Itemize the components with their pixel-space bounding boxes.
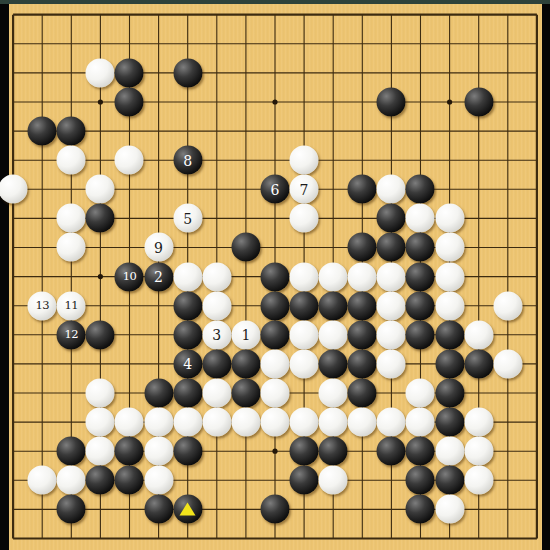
intersection-c17-r7[interactable] [464,175,493,204]
intersection-c10-r11[interactable] [260,291,289,320]
intersection-c17-r5[interactable] [464,117,493,146]
intersection-c6-r11[interactable] [144,291,173,320]
intersection-c15-r9[interactable] [406,233,435,262]
intersection-c12-r4[interactable] [319,87,348,116]
intersection-c1-r3[interactable] [0,58,28,87]
intersection-c6-r3[interactable] [144,58,173,87]
intersection-c2-r19[interactable] [28,524,57,550]
intersection-c9-r8[interactable] [231,204,260,233]
intersection-c17-r18[interactable] [464,495,493,524]
intersection-c12-r5[interactable] [319,117,348,146]
intersection-c10-r14[interactable] [260,378,289,407]
intersection-c12-r3[interactable] [319,58,348,87]
intersection-c19-r18[interactable] [522,495,550,524]
intersection-c15-r10[interactable] [406,262,435,291]
intersection-c7-r8[interactable]: 5 [173,204,202,233]
intersection-c15-r5[interactable] [406,117,435,146]
intersection-c14-r16[interactable] [377,437,406,466]
intersection-c17-r8[interactable] [464,204,493,233]
intersection-c3-r16[interactable] [57,437,86,466]
intersection-c17-r13[interactable] [464,349,493,378]
intersection-c17-r2[interactable] [464,29,493,58]
intersection-c11-r17[interactable] [290,466,319,495]
intersection-c6-r16[interactable] [144,437,173,466]
intersection-c17-r14[interactable] [464,378,493,407]
intersection-c15-r18[interactable] [406,495,435,524]
intersection-c4-r13[interactable] [86,349,115,378]
intersection-c18-r14[interactable] [493,378,522,407]
intersection-c16-r3[interactable] [435,58,464,87]
intersection-c5-r8[interactable] [115,204,144,233]
intersection-c9-r5[interactable] [231,117,260,146]
intersection-c14-r5[interactable] [377,117,406,146]
intersection-c13-r2[interactable] [348,29,377,58]
intersection-c2-r7[interactable] [28,175,57,204]
intersection-c1-r8[interactable] [0,204,28,233]
intersection-c16-r18[interactable] [435,495,464,524]
intersection-c13-r14[interactable] [348,378,377,407]
intersection-c15-r16[interactable] [406,437,435,466]
intersection-c5-r4[interactable] [115,87,144,116]
intersection-c13-r7[interactable] [348,175,377,204]
intersection-c1-r14[interactable] [0,378,28,407]
intersection-c9-r9[interactable] [231,233,260,262]
intersection-c15-r12[interactable] [406,320,435,349]
intersection-c18-r9[interactable] [493,233,522,262]
intersection-c6-r19[interactable] [144,524,173,550]
intersection-c9-r19[interactable] [231,524,260,550]
intersection-c18-r5[interactable] [493,117,522,146]
intersection-c1-r6[interactable] [0,146,28,175]
intersection-c3-r12[interactable]: 12 [57,320,86,349]
intersection-c14-r12[interactable] [377,320,406,349]
intersection-c4-r19[interactable] [86,524,115,550]
intersection-c2-r1[interactable] [28,0,57,29]
intersection-c7-r13[interactable]: 4 [173,349,202,378]
intersection-c2-r10[interactable] [28,262,57,291]
intersection-c10-r7[interactable]: 6 [260,175,289,204]
intersection-c17-r9[interactable] [464,233,493,262]
intersection-c14-r8[interactable] [377,204,406,233]
intersection-c19-r17[interactable] [522,466,550,495]
intersection-c8-r10[interactable] [202,262,231,291]
intersection-c4-r17[interactable] [86,466,115,495]
intersection-c14-r18[interactable] [377,495,406,524]
intersection-c2-r5[interactable] [28,117,57,146]
intersection-c19-r9[interactable] [522,233,550,262]
intersection-c8-r5[interactable] [202,117,231,146]
intersection-c6-r17[interactable] [144,466,173,495]
intersection-c6-r13[interactable] [144,349,173,378]
intersection-c10-r9[interactable] [260,233,289,262]
intersection-c13-r6[interactable] [348,146,377,175]
intersection-c15-r19[interactable] [406,524,435,550]
intersection-c2-r13[interactable] [28,349,57,378]
intersection-c10-r13[interactable] [260,349,289,378]
intersection-c10-r2[interactable] [260,29,289,58]
intersection-c1-r13[interactable] [0,349,28,378]
intersection-c4-r14[interactable] [86,378,115,407]
intersection-c4-r10[interactable] [86,262,115,291]
intersection-c15-r1[interactable] [406,0,435,29]
intersection-c11-r3[interactable] [290,58,319,87]
intersection-c3-r2[interactable] [57,29,86,58]
intersection-c13-r16[interactable] [348,437,377,466]
intersection-c17-r19[interactable] [464,524,493,550]
intersection-c12-r1[interactable] [319,0,348,29]
intersection-c13-r4[interactable] [348,87,377,116]
intersection-c3-r19[interactable] [57,524,86,550]
intersection-c4-r5[interactable] [86,117,115,146]
intersection-c5-r5[interactable] [115,117,144,146]
intersection-c13-r12[interactable] [348,320,377,349]
intersection-c13-r1[interactable] [348,0,377,29]
intersection-c18-r4[interactable] [493,87,522,116]
intersection-c15-r2[interactable] [406,29,435,58]
intersection-c17-r12[interactable] [464,320,493,349]
intersection-c1-r2[interactable] [0,29,28,58]
intersection-c13-r17[interactable] [348,466,377,495]
intersection-c6-r6[interactable] [144,146,173,175]
intersection-c1-r12[interactable] [0,320,28,349]
intersection-c8-r4[interactable] [202,87,231,116]
intersection-c11-r11[interactable] [290,291,319,320]
intersection-c5-r14[interactable] [115,378,144,407]
intersection-c16-r7[interactable] [435,175,464,204]
intersection-c8-r12[interactable]: 3 [202,320,231,349]
intersection-c8-r18[interactable] [202,495,231,524]
intersection-c2-r16[interactable] [28,437,57,466]
intersection-c12-r14[interactable] [319,378,348,407]
intersection-c8-r13[interactable] [202,349,231,378]
intersection-c17-r16[interactable] [464,437,493,466]
intersection-c5-r9[interactable] [115,233,144,262]
intersection-c16-r9[interactable] [435,233,464,262]
intersection-c19-r10[interactable] [522,262,550,291]
intersection-c16-r19[interactable] [435,524,464,550]
intersection-c18-r1[interactable] [493,0,522,29]
intersection-c10-r5[interactable] [260,117,289,146]
intersection-c11-r14[interactable] [290,378,319,407]
intersection-c10-r1[interactable] [260,0,289,29]
intersection-c4-r2[interactable] [86,29,115,58]
intersection-c4-r7[interactable] [86,175,115,204]
intersection-c4-r6[interactable] [86,146,115,175]
intersection-c9-r1[interactable] [231,0,260,29]
intersection-c19-r2[interactable] [522,29,550,58]
intersection-c7-r17[interactable] [173,466,202,495]
intersection-c1-r11[interactable] [0,291,28,320]
intersection-c7-r16[interactable] [173,437,202,466]
intersection-c9-r12[interactable]: 1 [231,320,260,349]
intersection-c8-r14[interactable] [202,378,231,407]
intersection-c4-r18[interactable] [86,495,115,524]
intersection-c18-r15[interactable] [493,407,522,436]
intersection-c10-r8[interactable] [260,204,289,233]
intersection-c2-r2[interactable] [28,29,57,58]
intersection-c19-r4[interactable] [522,87,550,116]
intersection-c1-r18[interactable] [0,495,28,524]
intersection-c14-r7[interactable] [377,175,406,204]
intersection-c3-r6[interactable] [57,146,86,175]
intersection-c10-r3[interactable] [260,58,289,87]
intersection-c9-r14[interactable] [231,378,260,407]
intersection-c19-r11[interactable] [522,291,550,320]
intersection-c7-r3[interactable] [173,58,202,87]
intersection-c6-r18[interactable] [144,495,173,524]
intersection-c10-r18[interactable] [260,495,289,524]
intersection-c15-r4[interactable] [406,87,435,116]
intersection-c5-r16[interactable] [115,437,144,466]
intersection-c12-r7[interactable] [319,175,348,204]
intersection-c3-r13[interactable] [57,349,86,378]
intersection-c18-r3[interactable] [493,58,522,87]
intersection-c12-r12[interactable] [319,320,348,349]
intersection-c8-r15[interactable] [202,407,231,436]
intersection-c8-r16[interactable] [202,437,231,466]
intersection-c16-r8[interactable] [435,204,464,233]
intersection-c17-r17[interactable] [464,466,493,495]
intersection-c7-r9[interactable] [173,233,202,262]
intersection-c10-r12[interactable] [260,320,289,349]
intersection-c16-r1[interactable] [435,0,464,29]
intersection-c2-r9[interactable] [28,233,57,262]
intersection-c10-r4[interactable] [260,87,289,116]
intersection-c8-r19[interactable] [202,524,231,550]
intersection-c11-r1[interactable] [290,0,319,29]
intersection-c7-r12[interactable] [173,320,202,349]
intersection-c2-r18[interactable] [28,495,57,524]
intersection-c12-r10[interactable] [319,262,348,291]
intersection-c7-r14[interactable] [173,378,202,407]
intersection-c8-r7[interactable] [202,175,231,204]
intersection-c8-r2[interactable] [202,29,231,58]
intersection-c12-r8[interactable] [319,204,348,233]
intersection-c11-r10[interactable] [290,262,319,291]
intersection-c7-r5[interactable] [173,117,202,146]
intersection-c14-r6[interactable] [377,146,406,175]
intersection-c10-r15[interactable] [260,407,289,436]
intersection-c18-r17[interactable] [493,466,522,495]
intersection-c10-r16[interactable] [260,437,289,466]
intersection-c9-r4[interactable] [231,87,260,116]
intersection-c11-r9[interactable] [290,233,319,262]
intersection-c14-r13[interactable] [377,349,406,378]
intersection-c13-r13[interactable] [348,349,377,378]
intersection-c15-r8[interactable] [406,204,435,233]
intersection-c4-r1[interactable] [86,0,115,29]
intersection-c14-r11[interactable] [377,291,406,320]
intersection-c7-r15[interactable] [173,407,202,436]
intersection-c5-r10[interactable]: 10 [115,262,144,291]
intersection-c12-r18[interactable] [319,495,348,524]
intersection-c17-r1[interactable] [464,0,493,29]
intersection-c10-r19[interactable] [260,524,289,550]
intersection-c18-r18[interactable] [493,495,522,524]
intersection-c3-r4[interactable] [57,87,86,116]
intersection-c19-r15[interactable] [522,407,550,436]
intersection-c15-r7[interactable] [406,175,435,204]
intersection-c5-r18[interactable] [115,495,144,524]
intersection-c5-r3[interactable] [115,58,144,87]
intersection-c11-r6[interactable] [290,146,319,175]
intersection-c17-r11[interactable] [464,291,493,320]
intersection-c16-r5[interactable] [435,117,464,146]
intersection-c1-r1[interactable] [0,0,28,29]
intersection-c3-r5[interactable] [57,117,86,146]
intersection-c6-r8[interactable] [144,204,173,233]
intersection-c9-r3[interactable] [231,58,260,87]
intersection-c3-r3[interactable] [57,58,86,87]
intersection-c19-r13[interactable] [522,349,550,378]
intersection-c14-r4[interactable] [377,87,406,116]
intersection-c15-r14[interactable] [406,378,435,407]
intersection-c4-r11[interactable] [86,291,115,320]
intersection-c4-r12[interactable] [86,320,115,349]
intersection-c10-r17[interactable] [260,466,289,495]
intersection-c3-r7[interactable] [57,175,86,204]
intersection-c6-r2[interactable] [144,29,173,58]
intersection-c2-r11[interactable]: 13 [28,291,57,320]
intersection-c9-r16[interactable] [231,437,260,466]
intersection-c5-r13[interactable] [115,349,144,378]
intersection-c14-r3[interactable] [377,58,406,87]
intersection-c4-r3[interactable] [86,58,115,87]
intersection-c13-r9[interactable] [348,233,377,262]
intersection-c2-r6[interactable] [28,146,57,175]
intersection-c18-r7[interactable] [493,175,522,204]
intersection-c9-r2[interactable] [231,29,260,58]
intersection-c5-r17[interactable] [115,466,144,495]
intersection-c12-r2[interactable] [319,29,348,58]
intersection-c12-r13[interactable] [319,349,348,378]
intersection-c5-r6[interactable] [115,146,144,175]
intersection-c11-r15[interactable] [290,407,319,436]
intersection-c18-r8[interactable] [493,204,522,233]
intersection-c8-r6[interactable] [202,146,231,175]
intersection-c9-r6[interactable] [231,146,260,175]
intersection-c14-r9[interactable] [377,233,406,262]
intersection-c16-r13[interactable] [435,349,464,378]
intersection-c19-r19[interactable] [522,524,550,550]
intersection-c13-r19[interactable] [348,524,377,550]
intersection-c7-r11[interactable] [173,291,202,320]
intersection-c14-r10[interactable] [377,262,406,291]
intersection-c10-r6[interactable] [260,146,289,175]
intersection-c1-r17[interactable] [0,466,28,495]
intersection-c5-r1[interactable] [115,0,144,29]
intersection-c3-r10[interactable] [57,262,86,291]
intersection-c4-r8[interactable] [86,204,115,233]
intersection-c6-r7[interactable] [144,175,173,204]
intersection-c16-r10[interactable] [435,262,464,291]
intersection-c8-r17[interactable] [202,466,231,495]
intersection-c15-r6[interactable] [406,146,435,175]
intersection-c15-r3[interactable] [406,58,435,87]
intersection-c3-r14[interactable] [57,378,86,407]
intersection-c12-r16[interactable] [319,437,348,466]
intersection-c18-r10[interactable] [493,262,522,291]
intersection-c11-r13[interactable] [290,349,319,378]
intersection-c13-r11[interactable] [348,291,377,320]
intersection-c4-r16[interactable] [86,437,115,466]
intersection-c19-r6[interactable] [522,146,550,175]
intersection-c18-r6[interactable] [493,146,522,175]
intersection-c3-r18[interactable] [57,495,86,524]
intersection-c11-r12[interactable] [290,320,319,349]
intersection-c12-r19[interactable] [319,524,348,550]
intersection-c11-r18[interactable] [290,495,319,524]
intersection-c9-r10[interactable] [231,262,260,291]
intersection-c9-r11[interactable] [231,291,260,320]
intersection-c16-r17[interactable] [435,466,464,495]
intersection-c11-r19[interactable] [290,524,319,550]
intersection-c7-r6[interactable]: 8 [173,146,202,175]
intersection-c19-r12[interactable] [522,320,550,349]
intersection-c16-r12[interactable] [435,320,464,349]
intersection-c14-r14[interactable] [377,378,406,407]
intersection-c3-r8[interactable] [57,204,86,233]
intersection-c8-r11[interactable] [202,291,231,320]
intersection-c10-r10[interactable] [260,262,289,291]
intersection-c7-r4[interactable] [173,87,202,116]
intersection-c15-r17[interactable] [406,466,435,495]
intersection-c19-r7[interactable] [522,175,550,204]
intersection-c3-r1[interactable] [57,0,86,29]
intersection-c5-r15[interactable] [115,407,144,436]
intersection-c18-r13[interactable] [493,349,522,378]
intersection-c6-r12[interactable] [144,320,173,349]
intersection-c12-r9[interactable] [319,233,348,262]
intersection-c7-r7[interactable] [173,175,202,204]
intersection-c2-r8[interactable] [28,204,57,233]
intersection-c7-r18[interactable] [173,495,202,524]
intersection-c14-r2[interactable] [377,29,406,58]
intersection-c9-r15[interactable] [231,407,260,436]
intersection-c1-r5[interactable] [0,117,28,146]
intersection-c2-r15[interactable] [28,407,57,436]
intersection-c16-r2[interactable] [435,29,464,58]
intersection-c16-r11[interactable] [435,291,464,320]
intersection-c5-r12[interactable] [115,320,144,349]
intersection-c8-r1[interactable] [202,0,231,29]
intersection-c19-r3[interactable] [522,58,550,87]
intersection-c5-r2[interactable] [115,29,144,58]
intersection-c12-r15[interactable] [319,407,348,436]
intersection-c7-r1[interactable] [173,0,202,29]
intersection-c14-r17[interactable] [377,466,406,495]
intersection-c1-r7[interactable] [0,175,28,204]
intersection-c13-r10[interactable] [348,262,377,291]
intersection-c18-r16[interactable] [493,437,522,466]
intersection-c7-r19[interactable] [173,524,202,550]
intersection-c8-r9[interactable] [202,233,231,262]
intersection-c1-r4[interactable] [0,87,28,116]
intersection-c15-r13[interactable] [406,349,435,378]
intersection-c5-r7[interactable] [115,175,144,204]
intersection-c18-r11[interactable] [493,291,522,320]
intersection-c13-r5[interactable] [348,117,377,146]
intersection-c4-r4[interactable] [86,87,115,116]
intersection-c11-r8[interactable] [290,204,319,233]
intersection-c3-r9[interactable] [57,233,86,262]
intersection-c9-r13[interactable] [231,349,260,378]
intersection-c18-r19[interactable] [493,524,522,550]
intersection-c11-r2[interactable] [290,29,319,58]
intersection-c3-r15[interactable] [57,407,86,436]
intersection-c19-r14[interactable] [522,378,550,407]
intersection-c6-r9[interactable]: 9 [144,233,173,262]
